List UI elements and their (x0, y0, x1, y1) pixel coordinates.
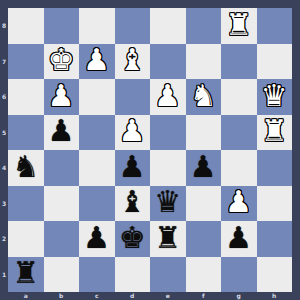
square-h8[interactable] (257, 8, 293, 44)
file-label-a: a (8, 291, 44, 300)
square-f2[interactable] (186, 221, 222, 257)
piece-black-queen: ♛ (154, 187, 181, 217)
piece-black-rook: ♜ (154, 223, 181, 253)
square-h2[interactable] (257, 221, 293, 257)
square-c8[interactable] (79, 8, 115, 44)
square-d6[interactable] (115, 79, 151, 115)
rank-label-7: 7 (0, 44, 8, 80)
square-e1[interactable] (150, 257, 186, 293)
piece-white-bishop: ♝ (119, 45, 146, 75)
piece-black-pawn: ♟ (225, 223, 252, 253)
piece-black-rook: ♜ (12, 258, 39, 288)
piece-black-pawn: ♟ (48, 116, 75, 146)
square-a5[interactable] (8, 115, 44, 151)
file-label-h: h (257, 291, 293, 300)
square-a3[interactable] (8, 186, 44, 222)
square-a7[interactable] (8, 44, 44, 80)
square-d5[interactable]: ♟ (115, 115, 151, 151)
square-f5[interactable] (186, 115, 222, 151)
square-g5[interactable] (221, 115, 257, 151)
rank-label-4: 4 (0, 150, 8, 186)
square-c2[interactable]: ♟ (79, 221, 115, 257)
square-g3[interactable]: ♟ (221, 186, 257, 222)
square-f4[interactable]: ♟ (186, 150, 222, 186)
square-c7[interactable]: ♟ (79, 44, 115, 80)
square-h4[interactable] (257, 150, 293, 186)
square-e8[interactable] (150, 8, 186, 44)
piece-white-pawn: ♟ (119, 116, 146, 146)
square-d7[interactable]: ♝ (115, 44, 151, 80)
square-e7[interactable] (150, 44, 186, 80)
square-e5[interactable] (150, 115, 186, 151)
square-f1[interactable] (186, 257, 222, 293)
rank-label-5: 5 (0, 115, 8, 151)
piece-black-king: ♚ (119, 223, 146, 253)
square-b8[interactable] (44, 8, 80, 44)
square-d1[interactable] (115, 257, 151, 293)
square-d2[interactable]: ♚ (115, 221, 151, 257)
rank-label-6: 6 (0, 79, 8, 115)
board-window: 87654321 abcdefgh ♜♚♟♝♟♟♞♛♟♟♜♞♟♟♝♛♟♟♚♜♟♜ (0, 0, 300, 300)
piece-black-pawn: ♟ (190, 152, 217, 182)
square-g2[interactable]: ♟ (221, 221, 257, 257)
square-a8[interactable] (8, 8, 44, 44)
file-label-c: c (79, 291, 115, 300)
file-label-f: f (186, 291, 222, 300)
square-h7[interactable] (257, 44, 293, 80)
square-b2[interactable] (44, 221, 80, 257)
square-b5[interactable]: ♟ (44, 115, 80, 151)
square-b6[interactable]: ♟ (44, 79, 80, 115)
file-label-e: e (150, 291, 186, 300)
square-g8[interactable]: ♜ (221, 8, 257, 44)
square-g7[interactable] (221, 44, 257, 80)
square-e2[interactable]: ♜ (150, 221, 186, 257)
piece-white-pawn: ♟ (48, 81, 75, 111)
square-b1[interactable] (44, 257, 80, 293)
rank-labels: 87654321 (0, 8, 8, 292)
square-c1[interactable] (79, 257, 115, 293)
square-c3[interactable] (79, 186, 115, 222)
file-label-b: b (44, 291, 80, 300)
piece-white-rook: ♜ (261, 116, 288, 146)
square-g4[interactable] (221, 150, 257, 186)
square-a1[interactable]: ♜ (8, 257, 44, 293)
square-f7[interactable] (186, 44, 222, 80)
square-a2[interactable] (8, 221, 44, 257)
square-f6[interactable]: ♞ (186, 79, 222, 115)
piece-black-knight: ♞ (12, 152, 39, 182)
square-c4[interactable] (79, 150, 115, 186)
square-b7[interactable]: ♚ (44, 44, 80, 80)
square-a4[interactable]: ♞ (8, 150, 44, 186)
square-b4[interactable] (44, 150, 80, 186)
square-h3[interactable] (257, 186, 293, 222)
piece-white-pawn: ♟ (83, 45, 110, 75)
piece-white-queen: ♛ (261, 81, 288, 111)
piece-white-pawn: ♟ (225, 187, 252, 217)
piece-white-pawn: ♟ (154, 81, 181, 111)
square-g6[interactable] (221, 79, 257, 115)
square-b3[interactable] (44, 186, 80, 222)
square-e6[interactable]: ♟ (150, 79, 186, 115)
file-label-d: d (115, 291, 151, 300)
square-d4[interactable]: ♟ (115, 150, 151, 186)
rank-label-2: 2 (0, 221, 8, 257)
piece-white-knight: ♞ (190, 81, 217, 111)
rank-label-1: 1 (0, 257, 8, 293)
square-h1[interactable] (257, 257, 293, 293)
square-g1[interactable] (221, 257, 257, 293)
square-a6[interactable] (8, 79, 44, 115)
piece-black-pawn: ♟ (83, 223, 110, 253)
square-f8[interactable] (186, 8, 222, 44)
piece-white-rook: ♜ (225, 10, 252, 40)
piece-black-bishop: ♝ (119, 187, 146, 217)
square-d8[interactable] (115, 8, 151, 44)
square-c6[interactable] (79, 79, 115, 115)
file-label-g: g (221, 291, 257, 300)
file-labels: abcdefgh (8, 291, 292, 300)
square-d3[interactable]: ♝ (115, 186, 151, 222)
square-h6[interactable]: ♛ (257, 79, 293, 115)
rank-label-8: 8 (0, 8, 8, 44)
rank-label-3: 3 (0, 186, 8, 222)
piece-white-king: ♚ (48, 45, 75, 75)
square-h5[interactable]: ♜ (257, 115, 293, 151)
square-c5[interactable] (79, 115, 115, 151)
piece-black-pawn: ♟ (119, 152, 146, 182)
chess-board: ♜♚♟♝♟♟♞♛♟♟♜♞♟♟♝♛♟♟♚♜♟♜ (8, 8, 292, 292)
square-e4[interactable] (150, 150, 186, 186)
square-f3[interactable] (186, 186, 222, 222)
square-e3[interactable]: ♛ (150, 186, 186, 222)
